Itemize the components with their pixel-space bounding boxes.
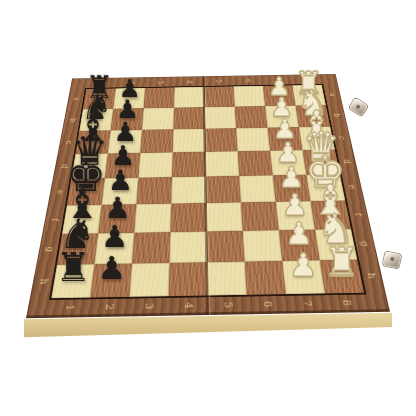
pieces-layer: ♜♞♝♛♚♝♞♜♟♟♟♟♟♟♟♟♟♟♟♟♟♟♟♟♜♞♝♛♚♝♞♜ (0, 0, 416, 416)
piece-white-pawn-h7[interactable]: ♟ (272, 250, 335, 282)
chess-set-photo: 1234567812345678abcdefghabcdefgh ♜♞♝♛♚♝♞… (0, 0, 416, 416)
piece-black-rook-h1[interactable]: ♜ (33, 247, 113, 287)
